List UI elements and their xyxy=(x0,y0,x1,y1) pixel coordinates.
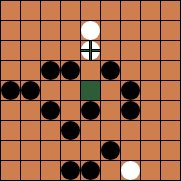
cell-g4[interactable] xyxy=(121,101,140,120)
cell-c6[interactable] xyxy=(41,61,60,80)
cell-f8[interactable] xyxy=(101,21,120,40)
cell-c5[interactable] xyxy=(41,81,60,100)
cell-e4[interactable] xyxy=(81,101,100,120)
black-attacker-piece[interactable] xyxy=(81,101,100,120)
cell-i4[interactable] xyxy=(161,101,180,120)
cell-e8[interactable] xyxy=(81,21,100,40)
cell-e2[interactable] xyxy=(81,141,100,160)
cell-b3[interactable] xyxy=(21,121,40,140)
cell-i9[interactable] xyxy=(161,1,180,20)
cell-f2[interactable] xyxy=(101,141,120,160)
cell-i3[interactable] xyxy=(161,121,180,140)
cell-c2[interactable] xyxy=(41,141,60,160)
white-defender-piece[interactable] xyxy=(121,161,140,180)
cell-e3[interactable] xyxy=(81,121,100,140)
white-defender-piece[interactable] xyxy=(81,21,100,40)
black-attacker-piece[interactable] xyxy=(121,81,140,100)
cell-h5[interactable] xyxy=(141,81,160,100)
cell-h9[interactable] xyxy=(141,1,160,20)
cell-d7[interactable] xyxy=(61,41,80,60)
black-attacker-piece[interactable] xyxy=(61,61,80,80)
cell-d5[interactable] xyxy=(61,81,80,100)
cell-i1[interactable] xyxy=(161,161,180,180)
cell-a7[interactable] xyxy=(1,41,20,60)
cell-i6[interactable] xyxy=(161,61,180,80)
cell-i8[interactable] xyxy=(161,21,180,40)
cell-h7[interactable] xyxy=(141,41,160,60)
cell-a5[interactable] xyxy=(1,81,20,100)
cell-f6[interactable] xyxy=(101,61,120,80)
cell-a3[interactable] xyxy=(1,121,20,140)
cell-b5[interactable] xyxy=(21,81,40,100)
cell-e1[interactable] xyxy=(81,161,100,180)
cell-g7[interactable] xyxy=(121,41,140,60)
cell-e6[interactable] xyxy=(81,61,100,80)
cell-b7[interactable] xyxy=(21,41,40,60)
cell-c4[interactable] xyxy=(41,101,60,120)
cell-a4[interactable] xyxy=(1,101,20,120)
black-attacker-piece[interactable] xyxy=(81,161,100,180)
cell-g8[interactable] xyxy=(121,21,140,40)
cell-d6[interactable] xyxy=(61,61,80,80)
cell-e7[interactable] xyxy=(81,41,100,60)
cell-i5[interactable] xyxy=(161,81,180,100)
cell-b8[interactable] xyxy=(21,21,40,40)
cell-a9[interactable] xyxy=(1,1,20,20)
throne-square-e5[interactable] xyxy=(81,81,100,100)
king-cross-vertical-bar xyxy=(89,41,92,60)
cell-b6[interactable] xyxy=(21,61,40,80)
cell-d2[interactable] xyxy=(61,141,80,160)
tablut-board xyxy=(0,0,181,181)
cell-c9[interactable] xyxy=(41,1,60,20)
cell-a6[interactable] xyxy=(1,61,20,80)
cell-d4[interactable] xyxy=(61,101,80,120)
black-attacker-piece[interactable] xyxy=(61,161,80,180)
cell-f3[interactable] xyxy=(101,121,120,140)
cell-c3[interactable] xyxy=(41,121,60,140)
cell-d9[interactable] xyxy=(61,1,80,20)
cell-e9[interactable] xyxy=(81,1,100,20)
cell-d3[interactable] xyxy=(61,121,80,140)
cell-b1[interactable] xyxy=(21,161,40,180)
black-attacker-piece[interactable] xyxy=(1,81,20,100)
cell-c1[interactable] xyxy=(41,161,60,180)
cell-g9[interactable] xyxy=(121,1,140,20)
cell-h6[interactable] xyxy=(141,61,160,80)
cell-c8[interactable] xyxy=(41,21,60,40)
cell-h4[interactable] xyxy=(141,101,160,120)
cell-i2[interactable] xyxy=(161,141,180,160)
black-attacker-piece[interactable] xyxy=(61,121,80,140)
cell-g3[interactable] xyxy=(121,121,140,140)
cell-b4[interactable] xyxy=(21,101,40,120)
black-attacker-piece[interactable] xyxy=(121,101,140,120)
cell-f5[interactable] xyxy=(101,81,120,100)
cell-g5[interactable] xyxy=(121,81,140,100)
cell-b9[interactable] xyxy=(21,1,40,20)
cell-g1[interactable] xyxy=(121,161,140,180)
cell-h8[interactable] xyxy=(141,21,160,40)
cell-a8[interactable] xyxy=(1,21,20,40)
black-attacker-piece[interactable] xyxy=(101,61,120,80)
cell-h1[interactable] xyxy=(141,161,160,180)
cell-g2[interactable] xyxy=(121,141,140,160)
cell-f7[interactable] xyxy=(101,41,120,60)
cell-f9[interactable] xyxy=(101,1,120,20)
cell-f1[interactable] xyxy=(101,161,120,180)
black-attacker-piece[interactable] xyxy=(41,101,60,120)
cell-d8[interactable] xyxy=(61,21,80,40)
cell-g6[interactable] xyxy=(121,61,140,80)
cell-h2[interactable] xyxy=(141,141,160,160)
cell-c7[interactable] xyxy=(41,41,60,60)
cell-a1[interactable] xyxy=(1,161,20,180)
cell-b2[interactable] xyxy=(21,141,40,160)
cell-i7[interactable] xyxy=(161,41,180,60)
cell-f4[interactable] xyxy=(101,101,120,120)
black-attacker-piece[interactable] xyxy=(101,141,120,160)
cell-d1[interactable] xyxy=(61,161,80,180)
cell-a2[interactable] xyxy=(1,141,20,160)
cell-h3[interactable] xyxy=(141,121,160,140)
black-attacker-piece[interactable] xyxy=(41,61,60,80)
black-attacker-piece[interactable] xyxy=(21,81,40,100)
